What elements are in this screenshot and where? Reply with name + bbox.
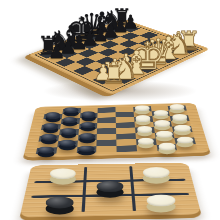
chess-square-2-3 [119, 40, 139, 48]
dark-checker-piece [38, 146, 55, 153]
chess-square-3-3 [109, 44, 129, 52]
checkers-square-7-1 [56, 147, 77, 154]
chess-square-3-5 [128, 51, 148, 60]
white-queen-piece: ♛ [142, 34, 174, 70]
game-set-product-photo: ♜♞♝♛♚♝♞♜♟♟♟♟♟♟♟♟♟♟♟♟♟♟♟♟♜♞♝♛♚♝♞♜ [0, 0, 220, 220]
light-checker-piece [158, 143, 175, 150]
checkers-square-6-2 [77, 140, 97, 147]
checkers-square-3-6 [153, 121, 173, 127]
chess-square-3-0 [82, 34, 101, 41]
chess-square-1-6 [158, 46, 178, 54]
chess-square-2-2 [110, 36, 129, 44]
chess-square-1-4 [139, 39, 159, 47]
checkers-square-1-1 [61, 113, 80, 119]
checkers-square-4-0 [40, 129, 60, 135]
white-pawn-piece: ♟ [93, 61, 113, 83]
chess-square-1-7 [169, 50, 190, 59]
light-checker-piece [135, 105, 150, 111]
white-knight-piece: ♞ [166, 30, 192, 59]
checkers-square-5-2 [77, 134, 97, 140]
dark-checker-piece [41, 134, 57, 141]
checkers-square-3-7 [171, 121, 191, 127]
checkers-square-3-5 [134, 122, 153, 128]
checkers-square-4-1 [59, 129, 79, 135]
white-disc-piece [143, 167, 169, 178]
black-pawn-piece: ♟ [112, 17, 129, 36]
tictactoe-square-1-1 [86, 181, 135, 196]
checkers-square-0-4 [115, 107, 133, 112]
chess-square-1-2 [120, 32, 139, 39]
chess-square-0-7 [179, 45, 199, 53]
chess-square-4-1 [80, 41, 99, 49]
checkers-square-7-7 [176, 144, 198, 151]
chess-square-3-2 [100, 40, 119, 48]
white-pawn-piece: ♟ [169, 29, 187, 49]
dark-checker-piece [59, 140, 75, 147]
checkers-square-6-7 [175, 137, 196, 144]
black-rook-piece: ♜ [37, 33, 60, 58]
checkers-board-scene [0, 0, 220, 220]
light-checker-piece [170, 104, 185, 110]
black-rook-piece: ♜ [111, 6, 132, 29]
checkers-square-5-4 [116, 133, 136, 139]
chess-square-7-2 [55, 58, 75, 67]
chess-board-shadow [40, 80, 200, 102]
white-knight-piece: ♞ [111, 53, 139, 84]
checkers-square-3-2 [79, 123, 98, 129]
tictactoe-square-2-1 [85, 195, 136, 211]
checkers-square-3-3 [97, 123, 116, 129]
checkers-square-6-4 [116, 139, 136, 146]
tictactoe-board-scene [0, 0, 220, 220]
tictactoe-square-2-0 [34, 196, 86, 213]
light-checker-piece [136, 115, 151, 121]
black-pawn-piece: ♟ [48, 41, 66, 61]
chess-square-0-4 [149, 35, 168, 43]
tictactoe-square-0-2 [132, 167, 180, 181]
tictactoe-grid-vline-left [81, 167, 87, 212]
chess-square-6-7 [114, 74, 136, 84]
white-pawn-piece: ♟ [149, 38, 167, 59]
chess-square-7-6 [92, 75, 114, 85]
checkers-square-3-1 [60, 124, 79, 130]
checkers-square-4-5 [135, 127, 155, 133]
dark-checker-piece [61, 128, 77, 135]
checkers-square-2-1 [61, 118, 80, 124]
checkers-square-7-0 [36, 147, 57, 154]
checkers-pieces-layer [0, 0, 220, 220]
light-checker-piece [153, 110, 168, 116]
checkers-square-2-7 [170, 115, 190, 121]
chess-square-3-7 [148, 59, 169, 68]
checkers-square-4-6 [153, 127, 173, 133]
checkers-square-4-7 [172, 126, 192, 132]
chess-square-6-0 [50, 46, 70, 54]
chess-square-3-6 [137, 55, 158, 64]
checkers-square-4-2 [78, 128, 97, 134]
checkers-board-shadow [28, 143, 196, 159]
chess-board-scene: ♜♞♝♛♚♝♞♜♟♟♟♟♟♟♟♟♟♟♟♟♟♟♟♟♜♞♝♛♚♝♞♜ [0, 0, 220, 220]
dark-checker-piece [78, 145, 94, 152]
tictactoe-grid-hline-top [34, 179, 185, 184]
chess-square-2-0 [93, 30, 112, 37]
black-pawn-piece: ♟ [81, 29, 98, 48]
checkers-square-6-3 [97, 140, 117, 147]
black-disc-piece [45, 197, 74, 209]
chess-square-1-5 [148, 43, 168, 51]
black-pawn-piece: ♟ [70, 33, 88, 53]
chess-square-7-1 [47, 54, 67, 63]
checkers-square-4-3 [97, 128, 116, 134]
chess-square-0-5 [158, 38, 178, 46]
chess-square-7-5 [83, 70, 104, 80]
chess-square-3-1 [91, 37, 110, 45]
chess-square-7-3 [64, 62, 85, 71]
black-king-piece: ♚ [66, 13, 96, 47]
dark-checker-piece [80, 122, 95, 128]
white-bishop-piece: ♝ [122, 46, 151, 79]
checkers-square-7-3 [96, 146, 116, 153]
tictactoe-board [20, 163, 202, 218]
chess-square-0-0 [113, 22, 131, 29]
chess-square-7-4 [73, 66, 94, 75]
dark-checker-piece [64, 107, 79, 113]
checkers-square-2-2 [79, 118, 98, 124]
chess-square-5-2 [78, 49, 98, 57]
chess-square-0-1 [121, 25, 140, 32]
black-pawn-piece: ♟ [122, 13, 139, 32]
checkers-square-5-7 [173, 132, 194, 138]
black-bishop-piece: ♝ [58, 21, 84, 50]
tictactoe-square-0-0 [39, 168, 87, 182]
tictactoe-board-shadow [30, 201, 190, 219]
white-pawn-piece: ♟ [117, 51, 136, 72]
checkers-square-6-6 [155, 138, 176, 145]
chess-square-5-5 [106, 61, 127, 70]
chess-square-2-7 [158, 54, 179, 63]
chess-square-4-7 [137, 64, 158, 73]
black-disc-piece [97, 181, 124, 192]
checkers-square-0-1 [62, 108, 80, 113]
chess-square-5-7 [126, 69, 148, 79]
chess-square-6-3 [76, 57, 97, 66]
chess-square-5-0 [61, 42, 80, 50]
chess-square-5-1 [69, 45, 89, 53]
chess-square-0-3 [139, 32, 158, 39]
chess-square-5-4 [96, 57, 117, 66]
chess-square-4-2 [89, 45, 109, 53]
chess-square-5-3 [87, 53, 107, 62]
black-knight-piece: ♞ [100, 8, 123, 34]
checkers-square-6-0 [37, 141, 58, 148]
checkers-square-2-6 [152, 116, 171, 122]
tictactoe-grid-vline-right [129, 166, 136, 211]
checkers-square-5-3 [97, 134, 116, 140]
black-pawn-piece: ♟ [92, 25, 109, 44]
dark-checker-piece [45, 112, 60, 118]
chess-square-7-7 [102, 79, 124, 89]
checkers-square-2-3 [97, 117, 115, 123]
checkers-square-5-6 [154, 132, 174, 138]
checkers-square-6-5 [136, 139, 156, 146]
checkers-square-6-1 [57, 141, 77, 148]
chess-square-2-4 [128, 43, 148, 51]
chess-pieces-layer: ♜♞♝♛♚♝♞♜♟♟♟♟♟♟♟♟♟♟♟♟♟♟♟♟♜♞♝♛♚♝♞♜ [0, 0, 220, 220]
checkers-square-0-0 [44, 109, 63, 114]
tictactoe-square-0-1 [86, 167, 133, 181]
tictactoe-pieces-layer [0, 0, 220, 220]
checkers-square-1-6 [151, 111, 170, 117]
white-pawn-piece: ♟ [105, 56, 124, 78]
checkers-square-5-5 [135, 133, 155, 139]
tictactoe-cells-grid [34, 167, 188, 213]
white-bishop-piece: ♝ [155, 32, 183, 63]
checkers-square-1-0 [43, 114, 62, 120]
light-checker-piece [137, 126, 153, 133]
white-king-piece: ♚ [130, 37, 164, 75]
tictactoe-square-1-0 [37, 181, 87, 196]
chess-square-0-6 [168, 42, 188, 50]
checkers-square-3-0 [41, 124, 61, 130]
dark-checker-piece [63, 117, 78, 123]
checkers-square-0-7 [168, 105, 187, 110]
white-disc-piece [146, 195, 175, 207]
checkers-square-5-0 [39, 135, 59, 141]
chess-square-4-4 [107, 52, 127, 61]
black-pawn-piece: ♟ [59, 37, 77, 57]
checkers-square-0-5 [133, 106, 151, 111]
light-checker-piece [156, 131, 172, 138]
checkers-square-7-5 [136, 145, 157, 152]
chess-square-3-4 [118, 48, 138, 56]
dark-checker-piece [81, 112, 96, 118]
chess-square-0-2 [130, 28, 149, 35]
checkers-square-2-5 [134, 116, 153, 122]
checkers-square-1-5 [133, 111, 152, 117]
chess-square-4-5 [117, 56, 138, 65]
white-pawn-piece: ♟ [128, 47, 147, 68]
white-rook-piece: ♜ [101, 60, 127, 89]
light-checker-piece [155, 120, 171, 127]
checkers-square-4-4 [116, 128, 135, 134]
checkers-square-2-4 [116, 117, 135, 123]
checkers-square-7-2 [76, 146, 96, 153]
light-checker-piece [174, 125, 190, 132]
light-checker-piece [172, 114, 188, 121]
chess-board [27, 19, 210, 96]
tictactoe-square-2-2 [135, 194, 188, 210]
checkers-square-2-0 [42, 119, 61, 125]
chess-board-tilt [49, 0, 188, 121]
checkers-square-0-3 [98, 107, 116, 112]
chess-square-7-0 [38, 50, 58, 58]
chess-square-1-1 [111, 29, 130, 36]
white-rook-piece: ♜ [177, 28, 200, 54]
checkers-square-1-7 [169, 110, 188, 116]
black-queen-piece: ♛ [78, 11, 106, 43]
checkers-board-tilt [28, 56, 204, 200]
checkers-square-1-2 [80, 113, 98, 119]
chess-square-6-1 [58, 50, 78, 58]
checkers-square-0-2 [80, 108, 98, 113]
white-pawn-piece: ♟ [139, 42, 158, 63]
checkers-square-7-6 [156, 144, 177, 151]
checkers-square-1-4 [116, 112, 134, 118]
white-pawn-piece: ♟ [159, 33, 177, 53]
chess-square-1-0 [103, 26, 121, 33]
chess-square-6-6 [104, 70, 126, 80]
checkers-square-0-6 [150, 106, 169, 111]
checkers-square-1-3 [98, 112, 116, 118]
chess-square-4-6 [127, 60, 148, 69]
chess-square-6-2 [67, 53, 87, 62]
white-disc-piece [50, 168, 76, 179]
dark-checker-piece [79, 133, 95, 140]
chess-square-4-3 [98, 48, 118, 56]
dark-checker-piece [43, 123, 59, 130]
chess-square-2-5 [138, 47, 158, 55]
chess-square-2-1 [101, 33, 120, 40]
checkers-board [23, 103, 210, 158]
chess-square-4-0 [72, 38, 91, 46]
tictactoe-grid-hline-bottom [31, 193, 189, 198]
light-checker-piece [177, 136, 194, 143]
checkers-square-7-4 [116, 145, 136, 152]
black-bishop-piece: ♝ [89, 10, 114, 38]
checkers-square-3-4 [116, 122, 135, 128]
checkers-square-5-1 [58, 135, 78, 141]
black-pawn-piece: ♟ [102, 21, 119, 40]
chess-squares-grid [38, 22, 199, 89]
chess-square-6-4 [85, 61, 106, 70]
light-checker-piece [138, 138, 154, 145]
chess-square-6-5 [94, 65, 115, 74]
chess-square-5-6 [115, 65, 136, 74]
checkers-squares-grid [36, 105, 198, 154]
chess-square-2-6 [148, 51, 169, 60]
tictactoe-board-tilt [25, 128, 195, 220]
tictactoe-square-1-2 [133, 180, 183, 195]
black-knight-piece: ♞ [47, 27, 71, 54]
chess-square-1-3 [129, 36, 148, 44]
